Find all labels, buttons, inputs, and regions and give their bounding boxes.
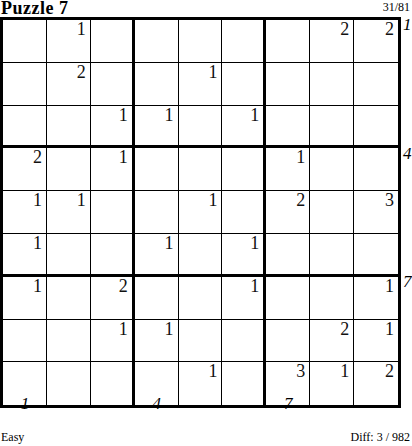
sudoku-cell-r3c8[interactable] (310, 106, 354, 149)
sudoku-cell-r5c2[interactable]: 1 (47, 191, 91, 234)
sudoku-cell-r9c8[interactable]: 1 (310, 362, 354, 405)
sudoku-cell-r4c3[interactable]: 1 (91, 148, 135, 191)
puzzle-title: Puzzle 7 (1, 0, 68, 17)
sudoku-cell-r3c5[interactable] (179, 106, 223, 149)
sudoku-cell-r2c7[interactable] (266, 63, 310, 106)
sudoku-cell-r3c7[interactable] (266, 106, 310, 149)
sudoku-cell-r5c5[interactable]: 1 (179, 191, 223, 234)
puzzle-page: Puzzle 7 31/81 1222111121111123111121111… (0, 0, 412, 446)
cell-value: 2 (340, 320, 349, 338)
sudoku-cell-r8c6[interactable] (222, 320, 266, 363)
cell-value: 1 (165, 320, 174, 338)
cell-value: 1 (208, 191, 217, 209)
cell-value: 1 (119, 106, 128, 124)
sudoku-cell-r2c9[interactable] (354, 63, 398, 106)
sudoku-cell-r5c1[interactable]: 1 (3, 191, 47, 234)
cell-value: 1 (33, 191, 42, 209)
cell-value: 1 (33, 277, 42, 295)
sudoku-cell-r6c1[interactable]: 1 (3, 234, 47, 277)
sudoku-cell-r8c7[interactable] (266, 320, 310, 363)
sudoku-cell-r3c3[interactable]: 1 (91, 106, 135, 149)
sudoku-cell-r4c1[interactable]: 2 (3, 148, 47, 191)
sudoku-cell-r5c7[interactable]: 2 (266, 191, 310, 234)
sudoku-cell-r6c3[interactable] (91, 234, 135, 277)
cell-value: 2 (385, 362, 394, 380)
sudoku-cell-r8c5[interactable] (179, 320, 223, 363)
sudoku-cell-r5c8[interactable] (310, 191, 354, 234)
cell-value: 1 (250, 277, 259, 295)
sudoku-cell-r6c6[interactable]: 1 (222, 234, 266, 277)
sudoku-cell-r7c8[interactable] (310, 277, 354, 320)
row-label-4: 4 (403, 145, 412, 162)
sudoku-cell-r5c9[interactable]: 3 (354, 191, 398, 234)
sudoku-cell-r1c7[interactable] (266, 20, 310, 63)
sudoku-cell-r5c3[interactable] (91, 191, 135, 234)
sudoku-cell-r7c4[interactable] (135, 277, 179, 320)
cell-value: 3 (385, 191, 394, 209)
sudoku-cell-r6c4[interactable]: 1 (135, 234, 179, 277)
sudoku-cell-r7c2[interactable] (47, 277, 91, 320)
cell-value: 2 (340, 20, 349, 38)
sudoku-cell-r2c6[interactable] (222, 63, 266, 106)
sudoku-cell-r8c3[interactable]: 1 (91, 320, 135, 363)
sudoku-cell-r7c9[interactable]: 1 (354, 277, 398, 320)
cell-value: 1 (119, 148, 128, 166)
cell-value: 1 (33, 234, 42, 252)
sudoku-cell-r7c3[interactable]: 2 (91, 277, 135, 320)
cell-value: 1 (165, 234, 174, 252)
sudoku-cell-r5c4[interactable] (135, 191, 179, 234)
sudoku-cell-r1c4[interactable] (135, 20, 179, 63)
sudoku-cell-r9c3[interactable] (91, 362, 135, 405)
sudoku-cell-r7c5[interactable] (179, 277, 223, 320)
sudoku-cell-r4c6[interactable] (222, 148, 266, 191)
sudoku-cell-r3c4[interactable]: 1 (135, 106, 179, 149)
sudoku-cell-r4c9[interactable] (354, 148, 398, 191)
sudoku-cell-r1c2[interactable]: 1 (47, 20, 91, 63)
sudoku-cell-r1c5[interactable] (179, 20, 223, 63)
sudoku-cell-r8c4[interactable]: 1 (135, 320, 179, 363)
cell-value: 1 (208, 63, 217, 81)
cell-value: 2 (385, 20, 394, 38)
row-label-7: 7 (403, 273, 412, 290)
sudoku-cell-r1c3[interactable] (91, 20, 135, 63)
cell-value: 1 (208, 362, 217, 380)
sudoku-cell-r1c9[interactable]: 2 (354, 20, 398, 63)
cell-value: 1 (296, 148, 305, 166)
sudoku-board: 1222111121111123111121111211312 (0, 17, 401, 408)
row-label-1: 1 (403, 16, 412, 33)
sudoku-cell-r4c4[interactable] (135, 148, 179, 191)
cell-value: 2 (33, 148, 42, 166)
sudoku-cell-r1c1[interactable] (3, 20, 47, 63)
sudoku-cell-r4c7[interactable]: 1 (266, 148, 310, 191)
cell-value: 1 (165, 106, 174, 124)
sudoku-cell-r3c9[interactable] (354, 106, 398, 149)
sudoku-cell-r1c8[interactable]: 2 (310, 20, 354, 63)
sudoku-cell-r6c2[interactable] (47, 234, 91, 277)
cell-value: 2 (77, 63, 86, 81)
sudoku-cell-r4c8[interactable] (310, 148, 354, 191)
sudoku-cell-r8c9[interactable]: 1 (354, 320, 398, 363)
cell-value: 1 (250, 234, 259, 252)
cell-value: 1 (385, 277, 394, 295)
sudoku-cell-r9c5[interactable]: 1 (179, 362, 223, 405)
col-label-1: 1 (3, 395, 47, 412)
sudoku-cell-r1c6[interactable] (222, 20, 266, 63)
col-label-4: 4 (135, 395, 179, 412)
cell-value: 3 (296, 362, 305, 380)
sudoku-cell-r2c3[interactable] (91, 63, 135, 106)
sudoku-cell-r6c9[interactable] (354, 234, 398, 277)
cell-value: 1 (340, 362, 349, 380)
sudoku-cell-r7c7[interactable] (266, 277, 310, 320)
sudoku-cell-r7c6[interactable]: 1 (222, 277, 266, 320)
sudoku-cell-r2c5[interactable]: 1 (179, 63, 223, 106)
sudoku-cell-r3c1[interactable] (3, 106, 47, 149)
cell-value: 1 (385, 320, 394, 338)
cell-value: 1 (119, 320, 128, 338)
sudoku-cell-r3c2[interactable] (47, 106, 91, 149)
sudoku-cell-r7c1[interactable]: 1 (3, 277, 47, 320)
sudoku-cell-r6c8[interactable] (310, 234, 354, 277)
clue-counter: 31/81 (383, 1, 410, 13)
cell-value: 2 (296, 191, 305, 209)
sudoku-cell-r6c5[interactable] (179, 234, 223, 277)
cell-value: 1 (77, 191, 86, 209)
sudoku-cell-r5c6[interactable] (222, 191, 266, 234)
sudoku-cell-r3c6[interactable]: 1 (222, 106, 266, 149)
cell-value: 1 (250, 106, 259, 124)
sudoku-grid: 1222111121111123111121111211312 (0, 17, 401, 408)
cell-value: 1 (77, 20, 86, 38)
diff-score: Diff: 3 / 982 (351, 431, 410, 443)
sudoku-cell-r4c2[interactable] (47, 148, 91, 191)
sudoku-cell-r9c9[interactable]: 2 (354, 362, 398, 405)
sudoku-cell-r9c2[interactable] (47, 362, 91, 405)
cell-value: 2 (119, 277, 128, 295)
sudoku-cell-r9c6[interactable] (222, 362, 266, 405)
col-label-7: 7 (266, 395, 310, 412)
sudoku-cell-r4c5[interactable] (179, 148, 223, 191)
sudoku-cell-r8c1[interactable] (3, 320, 47, 363)
sudoku-cell-r2c2[interactable]: 2 (47, 63, 91, 106)
sudoku-cell-r2c4[interactable] (135, 63, 179, 106)
sudoku-cell-r8c2[interactable] (47, 320, 91, 363)
sudoku-cell-r6c7[interactable] (266, 234, 310, 277)
sudoku-cell-r8c8[interactable]: 2 (310, 320, 354, 363)
difficulty-label: Easy (1, 431, 24, 443)
sudoku-cell-r2c1[interactable] (3, 63, 47, 106)
sudoku-cell-r2c8[interactable] (310, 63, 354, 106)
